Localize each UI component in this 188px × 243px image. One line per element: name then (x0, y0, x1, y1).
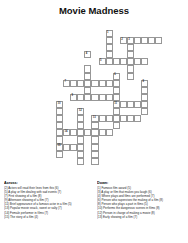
grid-cell[interactable] (134, 58, 141, 65)
grid-cell[interactable] (106, 37, 113, 44)
grid-cell[interactable] (91, 122, 98, 129)
crossword-page: Movie Madness 123456789101112131415 Acro… (0, 0, 188, 243)
grid-cell[interactable] (120, 101, 127, 108)
grid-cell[interactable] (155, 37, 162, 44)
grid-cell[interactable] (127, 44, 134, 51)
grid-cell[interactable] (127, 65, 134, 72)
grid-cell[interactable] (77, 151, 84, 158)
grid-cell[interactable] (77, 158, 84, 165)
grid-cell[interactable] (141, 37, 148, 44)
grid-cell[interactable]: 13 (91, 115, 98, 122)
grid-cell[interactable] (120, 58, 127, 65)
clue-item: (4) Where plays and films are performed … (97, 195, 186, 199)
cell-number: 8 (143, 80, 145, 83)
grid-cell[interactable] (127, 115, 134, 122)
across-clue-list: (2) Actors will read their lines from th… (4, 187, 93, 219)
grid-cell[interactable] (127, 58, 134, 65)
grid-cell[interactable]: 15 (56, 144, 63, 151)
grid-cell[interactable] (84, 80, 91, 87)
grid-cell[interactable] (91, 151, 98, 158)
grid-cell[interactable] (56, 136, 63, 143)
clue-item: (10) Performs the dangerous scenes in fi… (97, 207, 186, 211)
grid-cell[interactable]: 12 (77, 108, 84, 115)
grid-cell[interactable]: 9 (70, 94, 77, 101)
grid-cell[interactable] (106, 80, 113, 87)
grid-cell[interactable] (84, 73, 91, 80)
grid-cell[interactable] (91, 158, 98, 165)
grid-cell[interactable] (106, 129, 113, 136)
grid-cell[interactable]: 8 (141, 80, 148, 87)
grid-cell[interactable] (99, 129, 106, 136)
grid-cell[interactable] (77, 136, 84, 143)
clue-item: (7) First showing of a film (8) (4, 195, 93, 199)
crossword-grid: 123456789101112131415 (56, 30, 177, 165)
grid-cell[interactable] (141, 87, 148, 94)
grid-cell[interactable] (113, 87, 120, 94)
grid-cell[interactable] (134, 115, 141, 122)
grid-cell[interactable]: 6 (113, 73, 120, 80)
cell-number: 1 (107, 31, 109, 34)
cell-number: 10 (57, 102, 60, 105)
grid-cell[interactable] (70, 144, 77, 151)
cell-number: 12 (79, 109, 82, 112)
grid-cell[interactable] (91, 94, 98, 101)
clue-item: (14) Female performer in films (7) (4, 211, 93, 215)
grid-cell[interactable] (113, 115, 120, 122)
grid-cell[interactable] (113, 94, 120, 101)
grid-cell[interactable] (91, 144, 98, 151)
grid-cell[interactable] (84, 94, 91, 101)
clue-item: (8) Person who plays a part in films (5) (97, 203, 186, 207)
grid-cell[interactable] (99, 80, 106, 87)
clue-item: (1) Famous film award (5) (97, 187, 186, 191)
clue-item: (5) A play or film dealing with sad even… (4, 191, 93, 195)
grid-cell[interactable] (77, 122, 84, 129)
clue-item: (15) The story of a film (4) (4, 215, 93, 219)
grid-cell[interactable] (134, 37, 141, 44)
grid-cell[interactable]: 3 (127, 37, 134, 44)
clue-item: (13) Early showing of a film (7) (97, 215, 186, 219)
grid-cell[interactable] (91, 136, 98, 143)
across-heading: Across: (4, 181, 93, 185)
grid-cell[interactable] (56, 151, 63, 158)
cell-number: 4 (86, 52, 88, 55)
grid-cell[interactable]: 11 (113, 101, 120, 108)
grid-cell[interactable]: 4 (84, 51, 91, 58)
grid-cell[interactable] (70, 129, 77, 136)
grid-cell[interactable] (127, 101, 134, 108)
grid-cell[interactable] (56, 122, 63, 129)
grid-cell[interactable] (106, 58, 113, 65)
cell-number: 3 (128, 38, 130, 41)
grid-cell[interactable] (99, 94, 106, 101)
grid-cell[interactable] (127, 51, 134, 58)
grid-cell[interactable] (113, 108, 120, 115)
cell-number: 5 (100, 59, 102, 62)
clue-item: (2) Actors will read their lines from th… (4, 187, 93, 191)
grid-cell[interactable] (56, 129, 63, 136)
grid-cell[interactable]: 7 (63, 80, 70, 87)
grid-cell[interactable] (120, 115, 127, 122)
down-clue-list: (1) Famous film award (5)(3) A play or f… (97, 187, 186, 219)
grid-cell[interactable] (77, 144, 84, 151)
grid-cell[interactable] (141, 94, 148, 101)
cell-number: 2 (121, 38, 123, 41)
grid-cell[interactable] (56, 115, 63, 122)
grid-cell[interactable] (63, 144, 70, 151)
across-clues: Across: (2) Actors will read their lines… (4, 181, 94, 243)
grid-cell[interactable] (113, 58, 120, 65)
grid-cell[interactable] (91, 129, 98, 136)
grid-cell[interactable]: 1 (106, 30, 113, 37)
clue-item: (3) A play or film that makes you laugh … (97, 191, 186, 195)
puzzle-title: Movie Madness (0, 5, 188, 16)
cell-number: 14 (64, 130, 67, 133)
grid-cell[interactable] (99, 115, 106, 122)
grid-cell[interactable] (113, 80, 120, 87)
grid-cell[interactable] (106, 115, 113, 122)
cell-number: 13 (93, 116, 96, 119)
grid-cell[interactable] (77, 94, 84, 101)
grid-cell[interactable] (127, 73, 134, 80)
grid-cell[interactable] (134, 101, 141, 108)
cell-number: 15 (57, 144, 60, 147)
cell-number: 11 (114, 102, 117, 105)
grid-cell[interactable] (106, 51, 113, 58)
grid-cell[interactable]: 14 (63, 129, 70, 136)
cell-number: 9 (72, 94, 74, 97)
grid-cell[interactable] (77, 129, 84, 136)
clue-item: (9) Afternoon showing of a film (7) (4, 199, 93, 203)
grid-cell[interactable]: 2 (120, 37, 127, 44)
grid-cell[interactable] (84, 65, 91, 72)
clue-item: (6) Person who supervises the making of … (97, 199, 186, 203)
grid-cell[interactable] (77, 115, 84, 122)
grid-cell[interactable] (84, 87, 91, 94)
grid-cell[interactable] (56, 108, 63, 115)
cell-number: 7 (64, 80, 66, 83)
grid-cell[interactable] (70, 80, 77, 87)
grid-cell[interactable] (141, 101, 148, 108)
clue-item: (13) Popular movie snack, sweet or salty… (4, 207, 93, 211)
grid-cell[interactable] (148, 37, 155, 44)
grid-cell[interactable] (91, 80, 98, 87)
grid-cell[interactable] (106, 94, 113, 101)
down-heading: Down: (97, 181, 186, 185)
grid-cell[interactable] (77, 80, 84, 87)
down-clues: Down: (1) Famous film award (5)(3) A pla… (97, 181, 187, 243)
grid-cell[interactable] (106, 44, 113, 51)
clue-item: (11) Brief appearance of a famous actor … (4, 203, 93, 207)
grid-cell[interactable] (141, 58, 148, 65)
grid-cell[interactable]: 10 (56, 101, 63, 108)
grid-cell[interactable] (113, 122, 120, 129)
grid-cell[interactable] (141, 108, 148, 115)
grid-cell[interactable] (84, 129, 91, 136)
grid-cell[interactable]: 5 (99, 58, 106, 65)
clue-item: (12) Person in charge of making a movie … (97, 211, 186, 215)
cell-number: 6 (114, 73, 116, 76)
